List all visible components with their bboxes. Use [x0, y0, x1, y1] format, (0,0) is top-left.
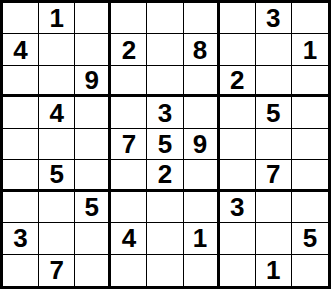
cell-r3c9[interactable] [292, 66, 328, 97]
cell-r7c2[interactable] [39, 192, 75, 223]
cell-r4c9[interactable] [292, 97, 328, 128]
cell-r1c5[interactable] [147, 3, 183, 34]
cell-r5c4[interactable]: 7 [111, 129, 147, 160]
cell-r9c2[interactable]: 7 [39, 255, 75, 286]
cell-r3c7[interactable]: 2 [220, 66, 256, 97]
cell-r1c1[interactable] [3, 3, 39, 34]
cell-r3c4[interactable] [111, 66, 147, 97]
cell-r5c9[interactable] [292, 129, 328, 160]
cell-r3c2[interactable] [39, 66, 75, 97]
cell-r3c6[interactable] [184, 66, 220, 97]
cell-r1c7[interactable] [220, 3, 256, 34]
cell-r2c8[interactable] [256, 34, 292, 65]
cell-r7c8[interactable] [256, 192, 292, 223]
cell-r1c2[interactable]: 1 [39, 3, 75, 34]
cell-r2c5[interactable] [147, 34, 183, 65]
cell-r8c2[interactable] [39, 223, 75, 254]
cell-r9c5[interactable] [147, 255, 183, 286]
cell-r9c8[interactable]: 1 [256, 255, 292, 286]
cell-r6c9[interactable] [292, 160, 328, 191]
cell-r7c7[interactable]: 3 [220, 192, 256, 223]
cell-r3c8[interactable] [256, 66, 292, 97]
cell-r3c1[interactable] [3, 66, 39, 97]
cell-r6c4[interactable] [111, 160, 147, 191]
cell-r8c4[interactable]: 4 [111, 223, 147, 254]
cell-r8c7[interactable] [220, 223, 256, 254]
cell-r9c3[interactable] [75, 255, 111, 286]
cell-r6c1[interactable] [3, 160, 39, 191]
cell-r6c2[interactable]: 5 [39, 160, 75, 191]
cell-r5c8[interactable] [256, 129, 292, 160]
cell-r8c9[interactable]: 5 [292, 223, 328, 254]
cell-r2c7[interactable] [220, 34, 256, 65]
cell-r2c3[interactable] [75, 34, 111, 65]
cell-r7c6[interactable] [184, 192, 220, 223]
cell-r6c8[interactable]: 7 [256, 160, 292, 191]
cell-r5c7[interactable] [220, 129, 256, 160]
cell-r6c5[interactable]: 2 [147, 160, 183, 191]
cell-r8c6[interactable]: 1 [184, 223, 220, 254]
cell-r7c4[interactable] [111, 192, 147, 223]
cell-r7c5[interactable] [147, 192, 183, 223]
cell-r9c7[interactable] [220, 255, 256, 286]
cell-r7c1[interactable] [3, 192, 39, 223]
cell-r8c3[interactable] [75, 223, 111, 254]
cell-r4c4[interactable] [111, 97, 147, 128]
cell-r5c2[interactable] [39, 129, 75, 160]
sudoku-board: 1342819243575952753341571 [0, 0, 331, 289]
cell-r9c4[interactable] [111, 255, 147, 286]
cell-r5c1[interactable] [3, 129, 39, 160]
cell-r1c4[interactable] [111, 3, 147, 34]
cell-r2c9[interactable]: 1 [292, 34, 328, 65]
cell-r4c5[interactable]: 3 [147, 97, 183, 128]
cell-r5c5[interactable]: 5 [147, 129, 183, 160]
cell-r5c6[interactable]: 9 [184, 129, 220, 160]
cell-r1c9[interactable] [292, 3, 328, 34]
cell-r4c2[interactable]: 4 [39, 97, 75, 128]
cell-r3c3[interactable]: 9 [75, 66, 111, 97]
cell-r6c6[interactable] [184, 160, 220, 191]
cell-r9c6[interactable] [184, 255, 220, 286]
cell-r1c6[interactable] [184, 3, 220, 34]
cell-r1c8[interactable]: 3 [256, 3, 292, 34]
cell-r9c1[interactable] [3, 255, 39, 286]
cell-r6c3[interactable] [75, 160, 111, 191]
cell-r8c5[interactable] [147, 223, 183, 254]
cell-r5c3[interactable] [75, 129, 111, 160]
cell-r4c3[interactable] [75, 97, 111, 128]
cell-r3c5[interactable] [147, 66, 183, 97]
cell-r7c3[interactable]: 5 [75, 192, 111, 223]
cell-r4c1[interactable] [3, 97, 39, 128]
cell-r9c9[interactable] [292, 255, 328, 286]
cell-r4c7[interactable] [220, 97, 256, 128]
cell-r2c1[interactable]: 4 [3, 34, 39, 65]
cell-r2c2[interactable] [39, 34, 75, 65]
cell-r8c1[interactable]: 3 [3, 223, 39, 254]
cell-r1c3[interactable] [75, 3, 111, 34]
cell-r2c6[interactable]: 8 [184, 34, 220, 65]
cell-r6c7[interactable] [220, 160, 256, 191]
cell-r8c8[interactable] [256, 223, 292, 254]
cell-r7c9[interactable] [292, 192, 328, 223]
cell-r4c6[interactable] [184, 97, 220, 128]
cell-r2c4[interactable]: 2 [111, 34, 147, 65]
cell-r4c8[interactable]: 5 [256, 97, 292, 128]
